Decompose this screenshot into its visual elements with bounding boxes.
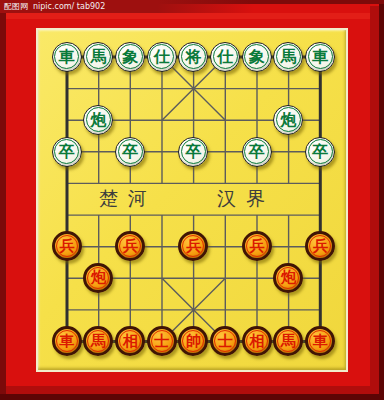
piece-red-cannon[interactable]: 炮 (83, 263, 113, 293)
piece-glyph: 炮 (280, 112, 296, 128)
piece-glyph: 象 (249, 49, 265, 65)
piece-green-soldier[interactable]: 卒 (242, 137, 272, 167)
piece-glyph: 帥 (186, 334, 201, 349)
piece-green-elephant[interactable]: 象 (242, 42, 272, 72)
piece-glyph: 炮 (90, 112, 106, 128)
piece-red-advisor[interactable]: 士 (147, 326, 177, 356)
frame-shade-bottom (6, 386, 379, 394)
piece-green-horse[interactable]: 馬 (83, 42, 113, 72)
piece-green-advisor[interactable]: 仕 (210, 42, 240, 72)
piece-glyph: 車 (312, 49, 328, 65)
piece-red-chariot[interactable]: 車 (52, 326, 82, 356)
watermark-url: nipic.com/ tab902 (33, 0, 105, 13)
piece-green-chariot[interactable]: 車 (305, 42, 335, 72)
piece-glyph: 卒 (185, 144, 201, 160)
piece-glyph: 車 (59, 49, 75, 65)
piece-red-chariot[interactable]: 車 (305, 326, 335, 356)
piece-glyph: 兵 (249, 239, 264, 254)
xiangqi-screenshot: 配图网 nipic.com/ tab902 (0, 0, 384, 400)
piece-red-elephant[interactable]: 相 (115, 326, 145, 356)
piece-green-soldier[interactable]: 卒 (115, 137, 145, 167)
piece-glyph: 士 (218, 334, 233, 349)
piece-green-soldier[interactable]: 卒 (52, 137, 82, 167)
frame-edge-right (379, 0, 384, 400)
piece-green-advisor[interactable]: 仕 (147, 42, 177, 72)
piece-glyph: 車 (313, 334, 328, 349)
piece-glyph: 兵 (123, 239, 138, 254)
piece-glyph: 馬 (90, 49, 106, 65)
piece-green-chariot[interactable]: 車 (52, 42, 82, 72)
piece-green-soldier[interactable]: 卒 (305, 137, 335, 167)
piece-glyph: 馬 (281, 334, 296, 349)
frame-edge-bottom (0, 394, 384, 400)
piece-green-cannon[interactable]: 炮 (273, 105, 303, 135)
frame-shade-right (370, 6, 379, 394)
frame-edge-left (0, 0, 6, 400)
piece-glyph: 馬 (280, 49, 296, 65)
piece-glyph: 兵 (313, 239, 328, 254)
watermark-site-label: 配图网 (4, 0, 28, 13)
piece-glyph: 士 (154, 334, 169, 349)
piece-glyph: 仕 (154, 49, 170, 65)
piece-red-soldier[interactable]: 兵 (115, 231, 145, 261)
pieces-grid: 車馬象仕将仕象馬車炮炮卒卒卒卒卒兵兵兵兵兵炮炮車馬相士帥士相馬車 (51, 41, 336, 357)
piece-green-elephant[interactable]: 象 (115, 42, 145, 72)
piece-red-advisor[interactable]: 士 (210, 326, 240, 356)
piece-red-soldier[interactable]: 兵 (305, 231, 335, 261)
piece-glyph: 卒 (249, 144, 265, 160)
piece-red-cannon[interactable]: 炮 (273, 263, 303, 293)
piece-glyph: 卒 (59, 144, 75, 160)
piece-red-soldier[interactable]: 兵 (242, 231, 272, 261)
frame-highlight (6, 13, 370, 19)
piece-glyph: 兵 (59, 239, 74, 254)
piece-glyph: 仕 (217, 49, 233, 65)
piece-glyph: 将 (185, 49, 201, 65)
piece-red-elephant[interactable]: 相 (242, 326, 272, 356)
piece-green-general[interactable]: 将 (178, 42, 208, 72)
piece-green-cannon[interactable]: 炮 (83, 105, 113, 135)
piece-glyph: 卒 (312, 144, 328, 160)
piece-green-soldier[interactable]: 卒 (178, 137, 208, 167)
piece-glyph: 相 (123, 334, 138, 349)
piece-glyph: 炮 (281, 270, 296, 285)
xiangqi-board: 楚 河 汉 界 車馬象仕将仕象馬車炮炮卒卒卒卒卒兵兵兵兵兵炮炮車馬相士帥士相馬車 (36, 28, 348, 372)
piece-glyph: 馬 (91, 334, 106, 349)
piece-green-horse[interactable]: 馬 (273, 42, 303, 72)
piece-red-horse[interactable]: 馬 (83, 326, 113, 356)
piece-glyph: 車 (59, 334, 74, 349)
piece-red-soldier[interactable]: 兵 (52, 231, 82, 261)
piece-glyph: 相 (249, 334, 264, 349)
piece-glyph: 卒 (122, 144, 138, 160)
piece-red-horse[interactable]: 馬 (273, 326, 303, 356)
piece-glyph: 兵 (186, 239, 201, 254)
piece-red-soldier[interactable]: 兵 (178, 231, 208, 261)
piece-red-general[interactable]: 帥 (178, 326, 208, 356)
watermark-bar: 配图网 nipic.com/ tab902 (0, 0, 254, 13)
piece-glyph: 炮 (91, 270, 106, 285)
piece-glyph: 象 (122, 49, 138, 65)
